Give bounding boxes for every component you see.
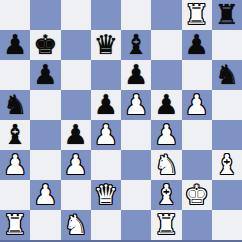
square-g8[interactable]: ♜ bbox=[182, 0, 212, 30]
black-pawn-icon[interactable]: ♟ bbox=[33, 61, 57, 88]
white-pawn-icon[interactable]: ♟ bbox=[154, 121, 178, 148]
black-knight-icon[interactable]: ♞ bbox=[3, 91, 27, 118]
square-d8[interactable] bbox=[91, 0, 121, 30]
chess-board: ♜♜♟♚♛♝♟♟♟♞♞♟♟♟♟♝♟♟♟♟♟♞♝♟♛♝♚♜♞♜ bbox=[0, 0, 242, 242]
square-e2[interactable] bbox=[121, 180, 151, 210]
square-c8[interactable] bbox=[61, 0, 91, 30]
white-knight-icon[interactable]: ♞ bbox=[154, 151, 178, 178]
square-e1[interactable] bbox=[121, 210, 151, 240]
square-b1[interactable] bbox=[30, 210, 60, 240]
square-f5[interactable]: ♟ bbox=[151, 90, 181, 120]
square-a7[interactable]: ♟ bbox=[0, 30, 30, 60]
black-pawn-icon[interactable]: ♟ bbox=[94, 91, 118, 118]
square-g6[interactable] bbox=[182, 60, 212, 90]
square-b8[interactable] bbox=[30, 0, 60, 30]
square-f3[interactable]: ♞ bbox=[151, 150, 181, 180]
black-pawn-icon[interactable]: ♟ bbox=[185, 31, 209, 58]
square-c3[interactable]: ♟ bbox=[61, 150, 91, 180]
square-h3[interactable]: ♝ bbox=[212, 150, 242, 180]
square-e4[interactable] bbox=[121, 120, 151, 150]
black-pawn-icon[interactable]: ♟ bbox=[64, 121, 88, 148]
square-b6[interactable]: ♟ bbox=[30, 60, 60, 90]
black-bishop-icon[interactable]: ♝ bbox=[3, 121, 27, 148]
square-g4[interactable] bbox=[182, 120, 212, 150]
square-e3[interactable] bbox=[121, 150, 151, 180]
square-c4[interactable]: ♟ bbox=[61, 120, 91, 150]
white-pawn-icon[interactable]: ♟ bbox=[64, 151, 88, 178]
square-g7[interactable]: ♟ bbox=[182, 30, 212, 60]
white-pawn-icon[interactable]: ♟ bbox=[185, 91, 209, 118]
square-d2[interactable]: ♛ bbox=[91, 180, 121, 210]
square-g1[interactable] bbox=[182, 210, 212, 240]
square-a4[interactable]: ♝ bbox=[0, 120, 30, 150]
black-pawn-icon[interactable]: ♟ bbox=[154, 91, 178, 118]
white-pawn-icon[interactable]: ♟ bbox=[33, 181, 57, 208]
square-h1[interactable] bbox=[212, 210, 242, 240]
square-e6[interactable]: ♟ bbox=[121, 60, 151, 90]
square-f1[interactable]: ♜ bbox=[151, 210, 181, 240]
square-b3[interactable] bbox=[30, 150, 60, 180]
square-g5[interactable]: ♟ bbox=[182, 90, 212, 120]
square-h5[interactable] bbox=[212, 90, 242, 120]
square-d4[interactable]: ♟ bbox=[91, 120, 121, 150]
white-pawn-icon[interactable]: ♟ bbox=[3, 151, 27, 178]
square-b4[interactable] bbox=[30, 120, 60, 150]
square-h6[interactable]: ♞ bbox=[212, 60, 242, 90]
square-g3[interactable] bbox=[182, 150, 212, 180]
white-queen-icon[interactable]: ♛ bbox=[94, 181, 118, 208]
square-f8[interactable] bbox=[151, 0, 181, 30]
square-f4[interactable]: ♟ bbox=[151, 120, 181, 150]
white-bishop-icon[interactable]: ♝ bbox=[215, 151, 239, 178]
black-bishop-icon[interactable]: ♝ bbox=[124, 31, 148, 58]
square-e8[interactable] bbox=[121, 0, 151, 30]
square-c5[interactable] bbox=[61, 90, 91, 120]
white-knight-icon[interactable]: ♞ bbox=[64, 211, 88, 238]
white-rook-icon[interactable]: ♜ bbox=[3, 211, 27, 238]
square-g2[interactable]: ♚ bbox=[182, 180, 212, 210]
square-a6[interactable] bbox=[0, 60, 30, 90]
square-b2[interactable]: ♟ bbox=[30, 180, 60, 210]
square-a1[interactable]: ♜ bbox=[0, 210, 30, 240]
square-d7[interactable]: ♛ bbox=[91, 30, 121, 60]
square-a8[interactable] bbox=[0, 0, 30, 30]
square-c1[interactable]: ♞ bbox=[61, 210, 91, 240]
square-a3[interactable]: ♟ bbox=[0, 150, 30, 180]
square-f2[interactable]: ♝ bbox=[151, 180, 181, 210]
square-f7[interactable] bbox=[151, 30, 181, 60]
square-h8[interactable]: ♜ bbox=[212, 0, 242, 30]
square-h2[interactable] bbox=[212, 180, 242, 210]
square-c2[interactable] bbox=[61, 180, 91, 210]
square-d3[interactable] bbox=[91, 150, 121, 180]
white-king-icon[interactable]: ♚ bbox=[185, 181, 209, 208]
square-c6[interactable] bbox=[61, 60, 91, 90]
square-f6[interactable] bbox=[151, 60, 181, 90]
black-pawn-icon[interactable]: ♟ bbox=[124, 61, 148, 88]
black-knight-icon[interactable]: ♞ bbox=[215, 61, 239, 88]
white-bishop-icon[interactable]: ♝ bbox=[154, 181, 178, 208]
square-e7[interactable]: ♝ bbox=[121, 30, 151, 60]
square-a2[interactable] bbox=[0, 180, 30, 210]
square-b7[interactable]: ♚ bbox=[30, 30, 60, 60]
black-rook-icon[interactable]: ♜ bbox=[215, 1, 239, 28]
square-d1[interactable] bbox=[91, 210, 121, 240]
white-pawn-icon[interactable]: ♟ bbox=[124, 91, 148, 118]
square-h7[interactable] bbox=[212, 30, 242, 60]
white-rook-icon[interactable]: ♜ bbox=[185, 1, 209, 28]
square-c7[interactable] bbox=[61, 30, 91, 60]
black-pawn-icon[interactable]: ♟ bbox=[3, 31, 27, 58]
square-a5[interactable]: ♞ bbox=[0, 90, 30, 120]
square-e5[interactable]: ♟ bbox=[121, 90, 151, 120]
square-b5[interactable] bbox=[30, 90, 60, 120]
square-d5[interactable]: ♟ bbox=[91, 90, 121, 120]
black-queen-icon[interactable]: ♛ bbox=[94, 31, 118, 58]
black-king-icon[interactable]: ♚ bbox=[33, 31, 57, 58]
white-rook-icon[interactable]: ♜ bbox=[154, 211, 178, 238]
square-h4[interactable] bbox=[212, 120, 242, 150]
white-pawn-icon[interactable]: ♟ bbox=[94, 121, 118, 148]
square-d6[interactable] bbox=[91, 60, 121, 90]
